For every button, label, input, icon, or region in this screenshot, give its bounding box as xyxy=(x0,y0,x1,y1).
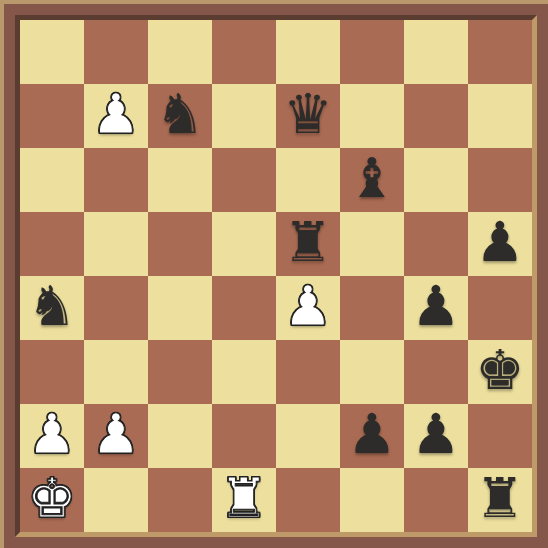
board-bevel: ♟♞♛♝♜♟♞♟♟♚♟♟♟♟♚♜♜ xyxy=(15,15,537,537)
square-d4[interactable] xyxy=(212,276,276,340)
square-e2[interactable] xyxy=(276,404,340,468)
square-g6[interactable] xyxy=(404,148,468,212)
square-f8[interactable] xyxy=(340,20,404,84)
piece-white-pawn-b7[interactable]: ♟ xyxy=(91,87,140,146)
square-c2[interactable] xyxy=(148,404,212,468)
piece-black-knight-c7[interactable]: ♞ xyxy=(155,87,204,146)
square-e5[interactable]: ♜ xyxy=(276,212,340,276)
square-c3[interactable] xyxy=(148,340,212,404)
square-b2[interactable]: ♟ xyxy=(84,404,148,468)
piece-black-rook-h1[interactable]: ♜ xyxy=(475,471,524,530)
square-f1[interactable] xyxy=(340,468,404,532)
piece-black-rook-e5[interactable]: ♜ xyxy=(283,215,332,274)
square-a1[interactable]: ♚ xyxy=(20,468,84,532)
piece-white-pawn-e4[interactable]: ♟ xyxy=(283,279,332,338)
piece-black-knight-a4[interactable]: ♞ xyxy=(27,279,76,338)
square-c5[interactable] xyxy=(148,212,212,276)
square-g5[interactable] xyxy=(404,212,468,276)
piece-black-pawn-g4[interactable]: ♟ xyxy=(411,279,460,338)
square-c1[interactable] xyxy=(148,468,212,532)
square-b7[interactable]: ♟ xyxy=(84,84,148,148)
square-d3[interactable] xyxy=(212,340,276,404)
square-d8[interactable] xyxy=(212,20,276,84)
piece-black-pawn-f2[interactable]: ♟ xyxy=(347,407,396,466)
square-d5[interactable] xyxy=(212,212,276,276)
square-e3[interactable] xyxy=(276,340,340,404)
square-g7[interactable] xyxy=(404,84,468,148)
piece-black-queen-e7[interactable]: ♛ xyxy=(283,87,332,146)
piece-black-pawn-g2[interactable]: ♟ xyxy=(411,407,460,466)
square-b4[interactable] xyxy=(84,276,148,340)
board-frame: ♟♞♛♝♜♟♞♟♟♚♟♟♟♟♚♜♜ xyxy=(0,0,548,548)
square-e6[interactable] xyxy=(276,148,340,212)
square-h4[interactable] xyxy=(468,276,532,340)
square-d6[interactable] xyxy=(212,148,276,212)
square-b6[interactable] xyxy=(84,148,148,212)
square-h5[interactable]: ♟ xyxy=(468,212,532,276)
square-d1[interactable]: ♜ xyxy=(212,468,276,532)
square-d7[interactable] xyxy=(212,84,276,148)
piece-white-pawn-b2[interactable]: ♟ xyxy=(91,407,140,466)
square-g2[interactable]: ♟ xyxy=(404,404,468,468)
square-g1[interactable] xyxy=(404,468,468,532)
square-g3[interactable] xyxy=(404,340,468,404)
piece-black-bishop-f6[interactable]: ♝ xyxy=(347,151,396,210)
square-f4[interactable] xyxy=(340,276,404,340)
piece-white-pawn-a2[interactable]: ♟ xyxy=(27,407,76,466)
square-b8[interactable] xyxy=(84,20,148,84)
square-h7[interactable] xyxy=(468,84,532,148)
square-h6[interactable] xyxy=(468,148,532,212)
square-c4[interactable] xyxy=(148,276,212,340)
square-c7[interactable]: ♞ xyxy=(148,84,212,148)
piece-white-king-a1[interactable]: ♚ xyxy=(27,471,76,530)
square-f2[interactable]: ♟ xyxy=(340,404,404,468)
square-b5[interactable] xyxy=(84,212,148,276)
chess-board: ♟♞♛♝♜♟♞♟♟♚♟♟♟♟♚♜♜ xyxy=(20,20,532,532)
square-g8[interactable] xyxy=(404,20,468,84)
square-g4[interactable]: ♟ xyxy=(404,276,468,340)
square-f6[interactable]: ♝ xyxy=(340,148,404,212)
square-f3[interactable] xyxy=(340,340,404,404)
square-c6[interactable] xyxy=(148,148,212,212)
square-a8[interactable] xyxy=(20,20,84,84)
square-f5[interactable] xyxy=(340,212,404,276)
square-h3[interactable]: ♚ xyxy=(468,340,532,404)
square-a6[interactable] xyxy=(20,148,84,212)
square-d2[interactable] xyxy=(212,404,276,468)
square-f7[interactable] xyxy=(340,84,404,148)
square-h8[interactable] xyxy=(468,20,532,84)
square-h2[interactable] xyxy=(468,404,532,468)
piece-black-pawn-h5[interactable]: ♟ xyxy=(475,215,524,274)
square-a3[interactable] xyxy=(20,340,84,404)
piece-white-rook-d1[interactable]: ♜ xyxy=(219,471,268,530)
piece-black-king-h3[interactable]: ♚ xyxy=(475,343,524,402)
square-a5[interactable] xyxy=(20,212,84,276)
square-e1[interactable] xyxy=(276,468,340,532)
square-e7[interactable]: ♛ xyxy=(276,84,340,148)
square-e8[interactable] xyxy=(276,20,340,84)
square-a7[interactable] xyxy=(20,84,84,148)
square-h1[interactable]: ♜ xyxy=(468,468,532,532)
square-e4[interactable]: ♟ xyxy=(276,276,340,340)
square-a2[interactable]: ♟ xyxy=(20,404,84,468)
square-c8[interactable] xyxy=(148,20,212,84)
square-b3[interactable] xyxy=(84,340,148,404)
square-b1[interactable] xyxy=(84,468,148,532)
square-a4[interactable]: ♞ xyxy=(20,276,84,340)
